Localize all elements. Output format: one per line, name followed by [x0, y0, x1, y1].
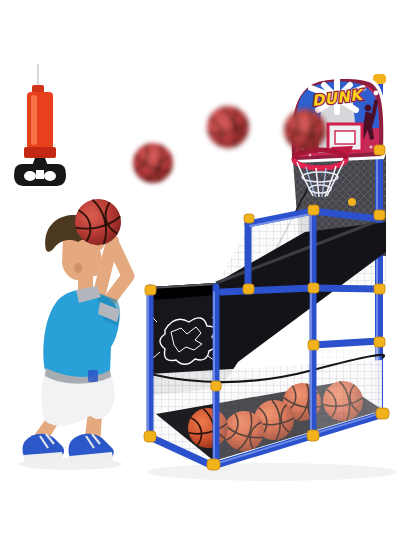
flight-ball-1: [127, 137, 180, 190]
product-photo-stage: DUNK: [0, 0, 400, 548]
boy-shorts-patch: [88, 370, 98, 382]
floor-shadow-frame: [147, 463, 397, 481]
flight-ball-2: [202, 101, 255, 154]
pump-handle: [14, 158, 66, 186]
pump-highlight: [31, 95, 37, 145]
ball-trajectory: [127, 101, 255, 190]
ball-pump: [14, 64, 66, 186]
pump-flange: [24, 147, 56, 158]
scene-svg: DUNK: [0, 0, 400, 548]
frame-bar-low-right: [313, 341, 379, 345]
net-knob-connector: [348, 198, 356, 206]
boy-shooter: [23, 194, 128, 464]
boy-ear: [74, 263, 82, 273]
pump-body: [27, 92, 53, 149]
frame-bar-mid-right: [313, 288, 379, 289]
pump-nozzle: [32, 85, 44, 93]
frame-bar-mid-left: [222, 288, 313, 292]
